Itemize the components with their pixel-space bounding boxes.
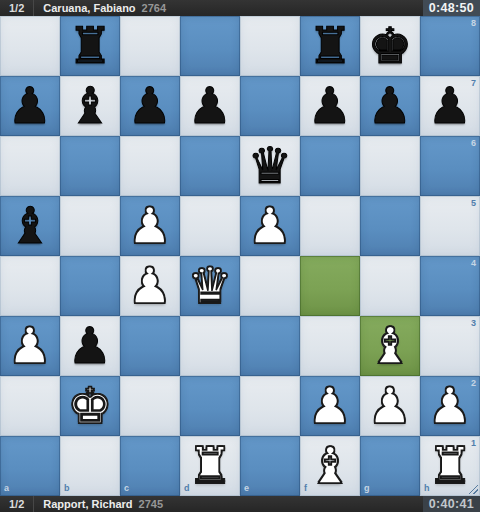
piece-white-rook[interactable]: ♜	[188, 436, 233, 496]
square-a5[interactable]: ♝	[0, 196, 60, 256]
square-h4[interactable]: 4	[420, 256, 480, 316]
square-c4[interactable]: ♟	[120, 256, 180, 316]
coord-rank-3: 3	[471, 319, 476, 328]
piece-black-pawn[interactable]: ♟	[68, 316, 113, 376]
square-e7[interactable]	[240, 76, 300, 136]
piece-black-pawn[interactable]: ♟	[368, 76, 413, 136]
square-c3[interactable]	[120, 316, 180, 376]
piece-white-pawn[interactable]: ♟	[368, 376, 413, 436]
square-a6[interactable]	[0, 136, 60, 196]
square-a3[interactable]: ♟	[0, 316, 60, 376]
square-a4[interactable]	[0, 256, 60, 316]
square-d3[interactable]	[180, 316, 240, 376]
square-h2[interactable]: 2♟	[420, 376, 480, 436]
square-d1[interactable]: d♜	[180, 436, 240, 496]
bottom-player-clock: 0:40:41	[423, 496, 480, 512]
square-d5[interactable]	[180, 196, 240, 256]
square-f1[interactable]: f♝	[300, 436, 360, 496]
square-h7[interactable]: 7♟	[420, 76, 480, 136]
square-d7[interactable]: ♟	[180, 76, 240, 136]
coord-file-h: h	[424, 484, 430, 493]
coord-rank-7: 7	[471, 79, 476, 88]
square-c7[interactable]: ♟	[120, 76, 180, 136]
piece-black-rook[interactable]: ♜	[68, 16, 113, 76]
piece-black-queen[interactable]: ♛	[248, 136, 293, 196]
square-h8[interactable]: 8	[420, 16, 480, 76]
coord-rank-8: 8	[471, 19, 476, 28]
square-e6[interactable]: ♛	[240, 136, 300, 196]
square-d8[interactable]	[180, 16, 240, 76]
square-d6[interactable]	[180, 136, 240, 196]
square-d4[interactable]: ♛	[180, 256, 240, 316]
square-a1[interactable]: a	[0, 436, 60, 496]
coord-file-c: c	[124, 484, 129, 493]
square-b8[interactable]: ♜	[60, 16, 120, 76]
coord-file-f: f	[304, 484, 307, 493]
square-f6[interactable]	[300, 136, 360, 196]
square-b5[interactable]	[60, 196, 120, 256]
piece-white-bishop[interactable]: ♝	[368, 316, 413, 376]
square-g1[interactable]: g	[360, 436, 420, 496]
piece-white-king[interactable]: ♚	[68, 376, 113, 436]
square-d2[interactable]	[180, 376, 240, 436]
square-c6[interactable]	[120, 136, 180, 196]
square-a2[interactable]	[0, 376, 60, 436]
square-f8[interactable]: ♜	[300, 16, 360, 76]
square-f5[interactable]	[300, 196, 360, 256]
square-b2[interactable]: ♚	[60, 376, 120, 436]
square-b4[interactable]	[60, 256, 120, 316]
piece-white-rook[interactable]: ♜	[428, 436, 473, 496]
square-b7[interactable]: ♝	[60, 76, 120, 136]
square-h6[interactable]: 6	[420, 136, 480, 196]
top-player-rating: 2764	[142, 2, 166, 14]
square-b1[interactable]: b	[60, 436, 120, 496]
piece-white-bishop[interactable]: ♝	[308, 436, 353, 496]
coord-file-a: a	[4, 484, 9, 493]
square-g8[interactable]: ♚	[360, 16, 420, 76]
piece-white-pawn[interactable]: ♟	[248, 196, 293, 256]
coord-file-g: g	[364, 484, 370, 493]
square-e4[interactable]	[240, 256, 300, 316]
bottom-player-rating: 2745	[139, 498, 163, 510]
square-g4[interactable]	[360, 256, 420, 316]
square-h3[interactable]: 3	[420, 316, 480, 376]
chess-broadcast-widget: 1/2 Caruana, Fabiano 2764 0:48:50 ♜♜♚8♟♝…	[0, 0, 480, 512]
square-g7[interactable]: ♟	[360, 76, 420, 136]
square-a8[interactable]	[0, 16, 60, 76]
square-a7[interactable]: ♟	[0, 76, 60, 136]
chess-board[interactable]: ♜♜♚8♟♝♟♟♟♟7♟♛6♝♟♟5♟♛4♟♟♝3♚♟♟2♟abcd♜ef♝g1…	[0, 16, 480, 496]
coord-rank-4: 4	[471, 259, 476, 268]
square-f3[interactable]	[300, 316, 360, 376]
square-c1[interactable]: c	[120, 436, 180, 496]
square-f4[interactable]	[300, 256, 360, 316]
square-f7[interactable]: ♟	[300, 76, 360, 136]
bottom-bar-divider	[33, 496, 34, 512]
piece-black-pawn[interactable]: ♟	[308, 76, 353, 136]
piece-black-pawn[interactable]: ♟	[8, 76, 53, 136]
square-e3[interactable]	[240, 316, 300, 376]
piece-white-pawn[interactable]: ♟	[128, 196, 173, 256]
square-g6[interactable]	[360, 136, 420, 196]
square-g5[interactable]	[360, 196, 420, 256]
square-e8[interactable]	[240, 16, 300, 76]
bottom-player-name: Rapport, Richard	[43, 498, 132, 510]
top-player-bar: 1/2 Caruana, Fabiano 2764 0:48:50	[0, 0, 480, 16]
top-player-name: Caruana, Fabiano	[43, 2, 135, 14]
piece-white-pawn[interactable]: ♟	[308, 376, 353, 436]
square-h5[interactable]: 5	[420, 196, 480, 256]
piece-black-bishop[interactable]: ♝	[68, 76, 113, 136]
piece-black-pawn[interactable]: ♟	[428, 76, 473, 136]
coord-rank-1: 1	[471, 439, 476, 448]
piece-black-bishop[interactable]: ♝	[8, 196, 53, 256]
piece-white-pawn[interactable]: ♟	[428, 376, 473, 436]
piece-black-rook[interactable]: ♜	[308, 16, 353, 76]
square-f2[interactable]: ♟	[300, 376, 360, 436]
square-c2[interactable]	[120, 376, 180, 436]
coord-rank-2: 2	[471, 379, 476, 388]
square-g3[interactable]: ♝	[360, 316, 420, 376]
piece-white-pawn[interactable]: ♟	[128, 256, 173, 316]
square-e2[interactable]	[240, 376, 300, 436]
piece-white-queen[interactable]: ♛	[188, 256, 233, 316]
piece-black-king[interactable]: ♚	[368, 16, 413, 76]
square-e5[interactable]: ♟	[240, 196, 300, 256]
square-g2[interactable]: ♟	[360, 376, 420, 436]
square-c5[interactable]: ♟	[120, 196, 180, 256]
square-b6[interactable]	[60, 136, 120, 196]
top-player-clock: 0:48:50	[423, 0, 480, 16]
coord-rank-5: 5	[471, 199, 476, 208]
coord-file-b: b	[64, 484, 70, 493]
square-c8[interactable]	[120, 16, 180, 76]
square-e1[interactable]: e	[240, 436, 300, 496]
top-bar-divider	[33, 0, 34, 16]
resize-handle[interactable]	[467, 483, 478, 494]
coord-file-e: e	[244, 484, 249, 493]
coord-rank-6: 6	[471, 139, 476, 148]
square-b3[interactable]: ♟	[60, 316, 120, 376]
piece-white-pawn[interactable]: ♟	[8, 316, 53, 376]
piece-black-pawn[interactable]: ♟	[128, 76, 173, 136]
coord-file-d: d	[184, 484, 190, 493]
top-result: 1/2	[0, 2, 33, 14]
bottom-player-bar: 1/2 Rapport, Richard 2745 0:40:41	[0, 496, 480, 512]
piece-black-pawn[interactable]: ♟	[188, 76, 233, 136]
bottom-result: 1/2	[0, 498, 33, 510]
